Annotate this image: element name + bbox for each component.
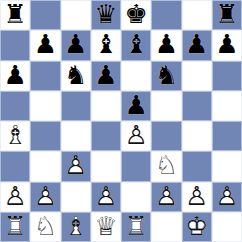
square-h4[interactable] (212, 121, 242, 151)
piece-glyph-fill: ♟ (155, 32, 178, 58)
white-knight-piece[interactable]: ♞♘ (30, 212, 60, 242)
square-h1[interactable] (212, 212, 242, 242)
square-c3[interactable]: ♟♙ (61, 151, 91, 181)
square-b1[interactable]: ♞♘ (30, 212, 60, 242)
square-b3[interactable] (30, 151, 60, 181)
black-rook-piece[interactable]: ♜ (0, 0, 30, 30)
square-f7[interactable]: ♟ (151, 30, 181, 60)
square-e7[interactable]: ♝ (121, 30, 151, 60)
piece-glyph-fill: ♞ (64, 62, 87, 88)
square-g1[interactable]: ♚♔ (182, 212, 212, 242)
square-a5[interactable] (0, 91, 30, 121)
square-g4[interactable] (182, 121, 212, 151)
square-c6[interactable]: ♞ (61, 61, 91, 91)
white-queen-piece[interactable]: ♛♕ (91, 212, 121, 242)
square-d1[interactable]: ♛♕ (91, 212, 121, 242)
white-pawn-piece[interactable]: ♟♙ (61, 151, 91, 181)
piece-glyph-fill: ♚ (124, 1, 147, 27)
black-king-piece[interactable]: ♚ (121, 0, 151, 30)
piece-glyph-outline: ♙ (215, 183, 238, 209)
square-a4[interactable]: ♝♗ (0, 121, 30, 151)
square-d7[interactable]: ♝ (91, 30, 121, 60)
piece-glyph-outline: ♗ (3, 122, 26, 148)
square-e8[interactable]: ♚ (121, 0, 151, 30)
piece-glyph-fill: ♝ (124, 32, 147, 58)
square-f4[interactable] (151, 121, 181, 151)
piece-glyph-outline: ♙ (34, 183, 57, 209)
square-h3[interactable] (212, 151, 242, 181)
white-pawn-piece[interactable]: ♟♙ (0, 182, 30, 212)
square-g8[interactable] (182, 0, 212, 30)
piece-glyph-fill: ♟ (185, 32, 208, 58)
black-queen-piece[interactable]: ♛ (91, 0, 121, 30)
piece-glyph-fill: ♟ (215, 32, 238, 58)
square-d5[interactable] (91, 91, 121, 121)
square-h2[interactable]: ♟♙ (212, 182, 242, 212)
square-a2[interactable]: ♟♙ (0, 182, 30, 212)
piece-glyph-fill: ♟ (64, 32, 87, 58)
square-c8[interactable] (61, 0, 91, 30)
square-h5[interactable] (212, 91, 242, 121)
piece-glyph-outline: ♖ (124, 213, 147, 239)
square-b2[interactable]: ♟♙ (30, 182, 60, 212)
square-b8[interactable] (30, 0, 60, 30)
square-e1[interactable]: ♜♖ (121, 212, 151, 242)
square-d3[interactable] (91, 151, 121, 181)
square-c2[interactable] (61, 182, 91, 212)
white-king-piece[interactable]: ♚♔ (182, 212, 212, 242)
piece-glyph-outline: ♔ (185, 213, 208, 239)
square-d6[interactable]: ♟ (91, 61, 121, 91)
piece-glyph-fill: ♟ (34, 32, 57, 58)
piece-glyph-fill: ♟ (94, 62, 117, 88)
piece-glyph-outline: ♗ (64, 213, 87, 239)
square-b6[interactable] (30, 61, 60, 91)
square-a1[interactable]: ♜♖ (0, 212, 30, 242)
square-d2[interactable]: ♟♙ (91, 182, 121, 212)
square-f3[interactable]: ♞♘ (151, 151, 181, 181)
piece-glyph-outline: ♙ (124, 122, 147, 148)
piece-glyph-outline: ♙ (185, 183, 208, 209)
black-knight-piece[interactable]: ♞ (61, 61, 91, 91)
black-pawn-piece[interactable]: ♟ (30, 30, 60, 60)
square-d4[interactable] (91, 121, 121, 151)
piece-glyph-fill: ♟ (3, 62, 26, 88)
square-g2[interactable]: ♟♙ (182, 182, 212, 212)
piece-glyph-fill: ♜ (215, 1, 238, 27)
black-pawn-piece[interactable]: ♟ (151, 30, 181, 60)
square-a3[interactable] (0, 151, 30, 181)
white-pawn-piece[interactable]: ♟♙ (30, 182, 60, 212)
white-bishop-piece[interactable]: ♝♗ (61, 212, 91, 242)
square-h6[interactable] (212, 61, 242, 91)
chess-board: ♜♛♚♜♟♟♝♝♟♟♟♟♞♟♞♟♝♗♟♙♟♙♞♘♟♙♟♙♟♙♟♙♟♙♟♙♜♖♞♘… (0, 0, 242, 242)
piece-glyph-outline: ♙ (3, 183, 26, 209)
square-h7[interactable]: ♟ (212, 30, 242, 60)
black-rook-piece[interactable]: ♜ (212, 0, 242, 30)
white-pawn-piece[interactable]: ♟♙ (182, 182, 212, 212)
black-knight-piece[interactable]: ♞ (151, 61, 181, 91)
square-e4[interactable]: ♟♙ (121, 121, 151, 151)
square-a8[interactable]: ♜ (0, 0, 30, 30)
square-a7[interactable] (0, 30, 30, 60)
square-f5[interactable] (151, 91, 181, 121)
square-g6[interactable] (182, 61, 212, 91)
square-c5[interactable] (61, 91, 91, 121)
piece-glyph-fill: ♟ (124, 92, 147, 118)
square-e5[interactable]: ♟ (121, 91, 151, 121)
white-knight-piece[interactable]: ♞♘ (151, 151, 181, 181)
square-h8[interactable]: ♜ (212, 0, 242, 30)
black-pawn-piece[interactable]: ♟ (0, 61, 30, 91)
square-e6[interactable] (121, 61, 151, 91)
square-b5[interactable] (30, 91, 60, 121)
piece-glyph-outline: ♖ (3, 213, 26, 239)
square-f6[interactable]: ♞ (151, 61, 181, 91)
piece-glyph-fill: ♞ (155, 62, 178, 88)
square-g7[interactable]: ♟ (182, 30, 212, 60)
black-bishop-piece[interactable]: ♝ (121, 30, 151, 60)
piece-glyph-outline: ♘ (34, 213, 57, 239)
square-g5[interactable] (182, 91, 212, 121)
square-b4[interactable] (30, 121, 60, 151)
square-c7[interactable]: ♟ (61, 30, 91, 60)
piece-glyph-outline: ♙ (155, 183, 178, 209)
piece-glyph-outline: ♙ (94, 183, 117, 209)
black-pawn-piece[interactable]: ♟ (91, 61, 121, 91)
black-pawn-piece[interactable]: ♟ (61, 30, 91, 60)
square-e3[interactable] (121, 151, 151, 181)
square-d8[interactable]: ♛ (91, 0, 121, 30)
square-a6[interactable]: ♟ (0, 61, 30, 91)
piece-glyph-outline: ♕ (94, 213, 117, 239)
black-pawn-piece[interactable]: ♟ (182, 30, 212, 60)
piece-glyph-fill: ♝ (94, 32, 117, 58)
piece-glyph-fill: ♜ (3, 1, 26, 27)
square-c4[interactable] (61, 121, 91, 151)
square-f8[interactable] (151, 0, 181, 30)
black-pawn-piece[interactable]: ♟ (212, 30, 242, 60)
square-f1[interactable] (151, 212, 181, 242)
piece-glyph-outline: ♙ (64, 153, 87, 179)
square-g3[interactable] (182, 151, 212, 181)
square-f2[interactable]: ♟♙ (151, 182, 181, 212)
black-pawn-piece[interactable]: ♟ (121, 91, 151, 121)
white-bishop-piece[interactable]: ♝♗ (0, 121, 30, 151)
piece-glyph-outline: ♘ (155, 153, 178, 179)
white-pawn-piece[interactable]: ♟♙ (91, 182, 121, 212)
white-pawn-piece[interactable]: ♟♙ (212, 182, 242, 212)
piece-glyph-fill: ♛ (94, 1, 117, 27)
white-rook-piece[interactable]: ♜♖ (0, 212, 30, 242)
square-e2[interactable] (121, 182, 151, 212)
white-pawn-piece[interactable]: ♟♙ (151, 182, 181, 212)
white-rook-piece[interactable]: ♜♖ (121, 212, 151, 242)
black-bishop-piece[interactable]: ♝ (91, 30, 121, 60)
white-pawn-piece[interactable]: ♟♙ (121, 121, 151, 151)
square-c1[interactable]: ♝♗ (61, 212, 91, 242)
square-b7[interactable]: ♟ (30, 30, 60, 60)
